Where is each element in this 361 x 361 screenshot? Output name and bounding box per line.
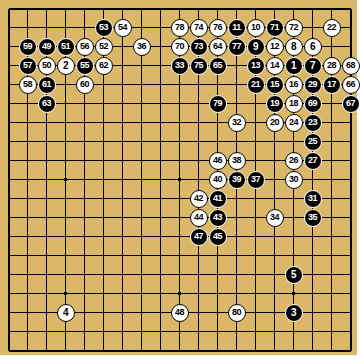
white-stone-68: 68 xyxy=(342,57,360,75)
black-stone-63: 63 xyxy=(38,95,56,113)
black-stone-53: 53 xyxy=(95,19,113,37)
black-stone-23: 23 xyxy=(304,114,322,132)
white-stone-24: 24 xyxy=(285,114,303,132)
black-stone-5: 5 xyxy=(285,266,303,284)
black-stone-57: 57 xyxy=(19,57,37,75)
black-stone-29: 29 xyxy=(304,76,322,94)
white-stone-78: 78 xyxy=(171,19,189,37)
black-stone-19: 19 xyxy=(266,95,284,113)
white-stone-34: 34 xyxy=(266,209,284,227)
black-stone-55: 55 xyxy=(76,57,94,75)
go-board: 1234567891011121314151617181920212223242… xyxy=(0,0,357,355)
white-stone-30: 30 xyxy=(285,171,303,189)
black-stone-21: 21 xyxy=(247,76,265,94)
white-stone-72: 72 xyxy=(285,19,303,37)
white-stone-20: 20 xyxy=(266,114,284,132)
black-stone-39: 39 xyxy=(228,171,246,189)
black-stone-59: 59 xyxy=(19,38,37,56)
black-stone-41: 41 xyxy=(209,190,227,208)
white-stone-22: 22 xyxy=(323,19,341,37)
black-stone-45: 45 xyxy=(209,228,227,246)
black-stone-69: 69 xyxy=(304,95,322,113)
black-stone-15: 15 xyxy=(266,76,284,94)
black-stone-43: 43 xyxy=(209,209,227,227)
black-stone-77: 77 xyxy=(228,38,246,56)
stones-layer: 1234567891011121314151617181920212223242… xyxy=(0,0,357,355)
white-stone-2: 2 xyxy=(57,57,75,75)
white-stone-18: 18 xyxy=(285,95,303,113)
white-stone-80: 80 xyxy=(228,304,246,322)
white-stone-46: 46 xyxy=(209,152,227,170)
black-stone-47: 47 xyxy=(190,228,208,246)
white-stone-64: 64 xyxy=(209,38,227,56)
black-stone-27: 27 xyxy=(304,152,322,170)
white-stone-6: 6 xyxy=(304,38,322,56)
white-stone-76: 76 xyxy=(209,19,227,37)
white-stone-74: 74 xyxy=(190,19,208,37)
white-stone-12: 12 xyxy=(266,38,284,56)
black-stone-35: 35 xyxy=(304,209,322,227)
white-stone-16: 16 xyxy=(285,76,303,94)
white-stone-4: 4 xyxy=(57,304,75,322)
black-stone-31: 31 xyxy=(304,190,322,208)
black-stone-25: 25 xyxy=(304,133,322,151)
white-stone-40: 40 xyxy=(209,171,227,189)
white-stone-38: 38 xyxy=(228,152,246,170)
white-stone-48: 48 xyxy=(171,304,189,322)
black-stone-79: 79 xyxy=(209,95,227,113)
white-stone-50: 50 xyxy=(38,57,56,75)
black-stone-1: 1 xyxy=(285,57,303,75)
white-stone-26: 26 xyxy=(285,152,303,170)
white-stone-70: 70 xyxy=(171,38,189,56)
black-stone-51: 51 xyxy=(57,38,75,56)
white-stone-36: 36 xyxy=(133,38,151,56)
black-stone-17: 17 xyxy=(323,76,341,94)
black-stone-71: 71 xyxy=(266,19,284,37)
black-stone-37: 37 xyxy=(247,171,265,189)
go-diagram: 1234567891011121314151617181920212223242… xyxy=(0,0,361,361)
black-stone-7: 7 xyxy=(304,57,322,75)
black-stone-33: 33 xyxy=(171,57,189,75)
black-stone-61: 61 xyxy=(38,76,56,94)
white-stone-28: 28 xyxy=(323,57,341,75)
white-stone-56: 56 xyxy=(76,38,94,56)
black-stone-13: 13 xyxy=(247,57,265,75)
black-stone-49: 49 xyxy=(38,38,56,56)
white-stone-10: 10 xyxy=(247,19,265,37)
white-stone-8: 8 xyxy=(285,38,303,56)
white-stone-44: 44 xyxy=(190,209,208,227)
black-stone-11: 11 xyxy=(228,19,246,37)
white-stone-62: 62 xyxy=(95,57,113,75)
white-stone-14: 14 xyxy=(266,57,284,75)
black-stone-65: 65 xyxy=(209,57,227,75)
black-stone-9: 9 xyxy=(247,38,265,56)
black-stone-75: 75 xyxy=(190,57,208,75)
white-stone-42: 42 xyxy=(190,190,208,208)
black-stone-3: 3 xyxy=(285,304,303,322)
white-stone-66: 66 xyxy=(342,76,360,94)
white-stone-60: 60 xyxy=(76,76,94,94)
white-stone-54: 54 xyxy=(114,19,132,37)
white-stone-58: 58 xyxy=(19,76,37,94)
black-stone-67: 67 xyxy=(342,95,360,113)
white-stone-32: 32 xyxy=(228,114,246,132)
white-stone-52: 52 xyxy=(95,38,113,56)
black-stone-73: 73 xyxy=(190,38,208,56)
